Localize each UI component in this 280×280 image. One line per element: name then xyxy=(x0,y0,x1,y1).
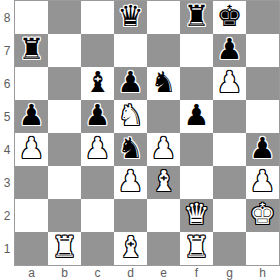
square-d3[interactable]: ♟ xyxy=(114,166,147,199)
square-f7[interactable] xyxy=(180,34,213,67)
piece-white-pawn-icon: ♟ xyxy=(151,134,177,163)
piece-black-rook-icon: ♜ xyxy=(184,2,210,31)
file-label-c: c xyxy=(81,266,114,280)
piece-white-pawn-icon: ♟ xyxy=(217,68,243,97)
square-e8[interactable] xyxy=(147,1,180,34)
piece-black-pawn-icon: ♟ xyxy=(118,68,144,97)
square-c4[interactable]: ♟ xyxy=(81,133,114,166)
piece-white-rook-icon: ♜ xyxy=(184,233,210,262)
square-b6[interactable] xyxy=(48,67,81,100)
square-d6[interactable]: ♟ xyxy=(114,67,147,100)
piece-black-pawn-icon: ♟ xyxy=(184,101,210,130)
piece-white-rook-icon: ♜ xyxy=(52,233,78,262)
piece-black-pawn-icon: ♟ xyxy=(250,134,276,163)
piece-white-knight-icon: ♞ xyxy=(118,101,144,130)
square-g7[interactable]: ♟ xyxy=(213,34,246,67)
square-h7[interactable] xyxy=(246,34,279,67)
file-labels: abcdefgh xyxy=(14,266,280,280)
square-d5[interactable]: ♞ xyxy=(114,100,147,133)
piece-black-queen-icon: ♛ xyxy=(118,2,144,31)
square-h8[interactable] xyxy=(246,1,279,34)
square-b4[interactable] xyxy=(48,133,81,166)
rank-label-1: 1 xyxy=(0,232,14,265)
rank-label-5: 5 xyxy=(0,100,14,133)
corner-spacer xyxy=(0,266,14,280)
square-b5[interactable] xyxy=(48,100,81,133)
square-e7[interactable] xyxy=(147,34,180,67)
square-f6[interactable] xyxy=(180,67,213,100)
square-f3[interactable] xyxy=(180,166,213,199)
square-h4[interactable]: ♟ xyxy=(246,133,279,166)
file-label-g: g xyxy=(213,266,246,280)
piece-black-pawn-icon: ♟ xyxy=(85,101,111,130)
file-label-h: h xyxy=(246,266,279,280)
rank-label-2: 2 xyxy=(0,199,14,232)
square-e4[interactable]: ♟ xyxy=(147,133,180,166)
square-a3[interactable] xyxy=(15,166,48,199)
chess-board-diagram: 87654321 ♛♜♚♜♟♝♟♞♟♟♟♞♟♟♟♞♟♟♟♝♟♛♚♜♝♜ abcd… xyxy=(0,0,280,280)
rank-label-6: 6 xyxy=(0,67,14,100)
square-c2[interactable] xyxy=(81,199,114,232)
piece-black-bishop-icon: ♝ xyxy=(85,68,111,97)
square-d4[interactable]: ♞ xyxy=(114,133,147,166)
square-d7[interactable] xyxy=(114,34,147,67)
piece-white-bishop-icon: ♝ xyxy=(151,167,177,196)
square-g4[interactable] xyxy=(213,133,246,166)
piece-white-queen-icon: ♛ xyxy=(184,200,210,229)
piece-black-pawn-icon: ♟ xyxy=(19,101,45,130)
piece-white-king-icon: ♚ xyxy=(250,200,276,229)
square-b3[interactable] xyxy=(48,166,81,199)
file-label-e: e xyxy=(147,266,180,280)
square-g1[interactable] xyxy=(213,232,246,265)
piece-black-pawn-icon: ♟ xyxy=(217,35,243,64)
square-h2[interactable]: ♚ xyxy=(246,199,279,232)
square-a4[interactable]: ♟ xyxy=(15,133,48,166)
piece-black-knight-icon: ♞ xyxy=(118,134,144,163)
square-a8[interactable] xyxy=(15,1,48,34)
square-e1[interactable] xyxy=(147,232,180,265)
square-f2[interactable]: ♛ xyxy=(180,199,213,232)
square-f4[interactable] xyxy=(180,133,213,166)
square-e3[interactable]: ♝ xyxy=(147,166,180,199)
square-c1[interactable] xyxy=(81,232,114,265)
piece-white-pawn-icon: ♟ xyxy=(85,134,111,163)
square-e5[interactable] xyxy=(147,100,180,133)
piece-white-pawn-icon: ♟ xyxy=(118,167,144,196)
square-a7[interactable]: ♜ xyxy=(15,34,48,67)
file-label-d: d xyxy=(114,266,147,280)
piece-white-pawn-icon: ♟ xyxy=(19,134,45,163)
piece-black-knight-icon: ♞ xyxy=(151,68,177,97)
square-g2[interactable] xyxy=(213,199,246,232)
square-g8[interactable]: ♚ xyxy=(213,1,246,34)
square-a2[interactable] xyxy=(15,199,48,232)
square-g6[interactable]: ♟ xyxy=(213,67,246,100)
file-label-a: a xyxy=(15,266,48,280)
square-f1[interactable]: ♜ xyxy=(180,232,213,265)
square-d2[interactable] xyxy=(114,199,147,232)
piece-white-bishop-icon: ♝ xyxy=(118,233,144,262)
rank-label-4: 4 xyxy=(0,133,14,166)
square-c7[interactable] xyxy=(81,34,114,67)
square-c6[interactable]: ♝ xyxy=(81,67,114,100)
square-f8[interactable]: ♜ xyxy=(180,1,213,34)
square-h5[interactable] xyxy=(246,100,279,133)
square-h3[interactable]: ♟ xyxy=(246,166,279,199)
square-a5[interactable]: ♟ xyxy=(15,100,48,133)
square-b2[interactable] xyxy=(48,199,81,232)
square-a1[interactable] xyxy=(15,232,48,265)
square-h6[interactable] xyxy=(246,67,279,100)
square-g3[interactable] xyxy=(213,166,246,199)
square-d8[interactable]: ♛ xyxy=(114,1,147,34)
piece-white-pawn-icon: ♟ xyxy=(250,167,276,196)
square-b8[interactable] xyxy=(48,1,81,34)
square-c5[interactable]: ♟ xyxy=(81,100,114,133)
square-f5[interactable]: ♟ xyxy=(180,100,213,133)
piece-black-king-icon: ♚ xyxy=(217,2,243,31)
file-label-b: b xyxy=(48,266,81,280)
square-c3[interactable] xyxy=(81,166,114,199)
rank-label-8: 8 xyxy=(0,1,14,34)
square-a6[interactable] xyxy=(15,67,48,100)
file-label-f: f xyxy=(180,266,213,280)
square-c8[interactable] xyxy=(81,1,114,34)
square-b1[interactable]: ♜ xyxy=(48,232,81,265)
square-e6[interactable]: ♞ xyxy=(147,67,180,100)
rank-labels: 87654321 xyxy=(0,0,14,266)
piece-black-rook-icon: ♜ xyxy=(19,35,45,64)
square-g5[interactable] xyxy=(213,100,246,133)
square-b7[interactable] xyxy=(48,34,81,67)
square-d1[interactable]: ♝ xyxy=(114,232,147,265)
square-e2[interactable] xyxy=(147,199,180,232)
board: ♛♜♚♜♟♝♟♞♟♟♟♞♟♟♟♞♟♟♟♝♟♛♚♜♝♜ xyxy=(14,0,280,266)
rank-label-3: 3 xyxy=(0,166,14,199)
rank-label-7: 7 xyxy=(0,34,14,67)
square-h1[interactable] xyxy=(246,232,279,265)
